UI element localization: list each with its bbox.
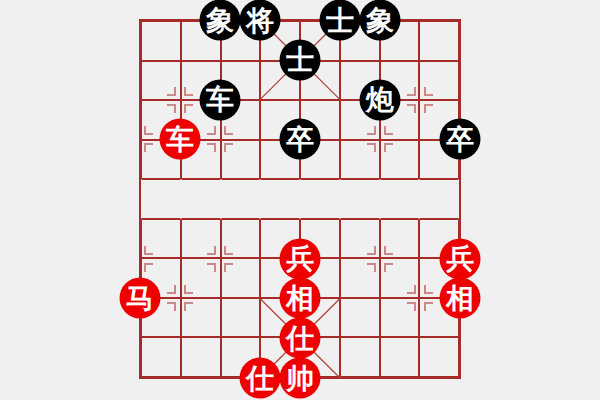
position-marker — [407, 87, 416, 96]
board-cell[interactable] — [340, 337, 380, 377]
position-marker — [407, 104, 416, 113]
position-marker — [424, 87, 433, 96]
position-marker — [424, 104, 433, 113]
position-marker — [367, 143, 376, 152]
position-marker — [224, 263, 233, 272]
board-cell[interactable] — [141, 337, 181, 377]
piece-red-advisor[interactable]: 仕 — [240, 358, 281, 399]
board-cell[interactable] — [181, 337, 221, 377]
position-marker — [144, 143, 153, 152]
piece-red-general[interactable]: 帅 — [280, 358, 321, 399]
board-cell[interactable] — [141, 21, 181, 61]
board-cell[interactable] — [419, 337, 459, 377]
position-marker — [144, 263, 153, 272]
piece-red-soldier[interactable]: 兵 — [280, 238, 321, 279]
river-cell[interactable] — [221, 179, 261, 219]
piece-red-advisor[interactable]: 仕 — [280, 318, 321, 359]
position-marker — [384, 143, 393, 152]
piece-black-advisor[interactable]: 士 — [280, 39, 321, 80]
river-cell[interactable] — [340, 179, 380, 219]
position-marker — [207, 263, 216, 272]
piece-red-elephant[interactable]: 相 — [280, 278, 321, 319]
position-marker — [367, 246, 376, 255]
position-marker — [384, 263, 393, 272]
piece-black-soldier[interactable]: 卒 — [280, 119, 321, 160]
position-marker — [167, 285, 176, 294]
position-marker — [207, 143, 216, 152]
board-cell[interactable] — [340, 298, 380, 338]
position-marker — [384, 126, 393, 135]
position-marker — [424, 285, 433, 294]
xiangqi-app: 象将士象士车炮卒卒车兵兵马相相仕仕帅 — [0, 0, 600, 400]
position-marker — [184, 87, 193, 96]
board-cell[interactable] — [419, 21, 459, 61]
piece-black-soldier[interactable]: 卒 — [440, 119, 481, 160]
river-cell[interactable] — [260, 179, 300, 219]
river-cell[interactable] — [141, 179, 181, 219]
position-marker — [207, 126, 216, 135]
position-marker — [167, 104, 176, 113]
position-marker — [167, 302, 176, 311]
position-marker — [144, 126, 153, 135]
piece-red-soldier[interactable]: 兵 — [440, 238, 481, 279]
piece-black-elephant[interactable]: 象 — [200, 0, 241, 41]
river-cell[interactable] — [300, 179, 340, 219]
piece-black-advisor[interactable]: 士 — [320, 0, 361, 41]
piece-red-horse[interactable]: 马 — [120, 278, 161, 319]
position-marker — [407, 302, 416, 311]
position-marker — [144, 246, 153, 255]
position-marker — [184, 104, 193, 113]
river-cell[interactable] — [181, 179, 221, 219]
position-marker — [384, 246, 393, 255]
position-marker — [367, 126, 376, 135]
position-marker — [167, 87, 176, 96]
position-marker — [207, 246, 216, 255]
piece-black-elephant[interactable]: 象 — [360, 0, 401, 41]
position-marker — [224, 143, 233, 152]
position-marker — [367, 263, 376, 272]
position-marker — [184, 285, 193, 294]
piece-black-general[interactable]: 将 — [240, 0, 281, 41]
piece-black-cannon[interactable]: 炮 — [360, 79, 401, 120]
river-cell[interactable] — [419, 179, 459, 219]
board-cell[interactable] — [221, 298, 261, 338]
river-cell[interactable] — [380, 179, 420, 219]
piece-red-chariot[interactable]: 车 — [160, 119, 201, 160]
position-marker — [184, 302, 193, 311]
board-cell[interactable] — [380, 337, 420, 377]
position-marker — [224, 126, 233, 135]
position-marker — [407, 285, 416, 294]
piece-red-elephant[interactable]: 相 — [440, 278, 481, 319]
piece-black-chariot[interactable]: 车 — [200, 79, 241, 120]
position-marker — [224, 246, 233, 255]
position-marker — [424, 302, 433, 311]
